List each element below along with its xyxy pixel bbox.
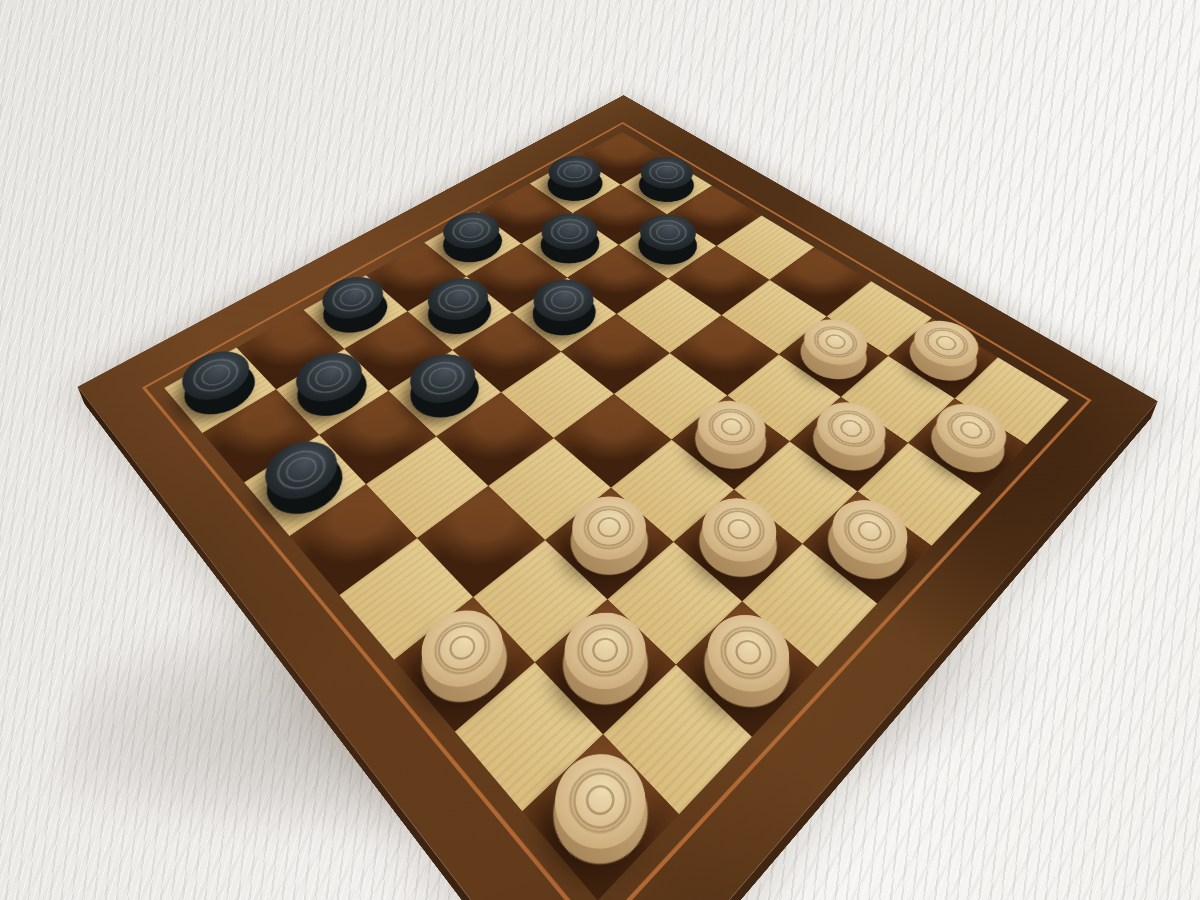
board-frame <box>77 95 1157 900</box>
perspective-scene <box>0 0 1200 900</box>
checkers-board <box>77 95 1157 900</box>
black-piece[interactable] <box>284 343 375 412</box>
play-area <box>164 132 1069 900</box>
photo-scene <box>0 0 1200 900</box>
